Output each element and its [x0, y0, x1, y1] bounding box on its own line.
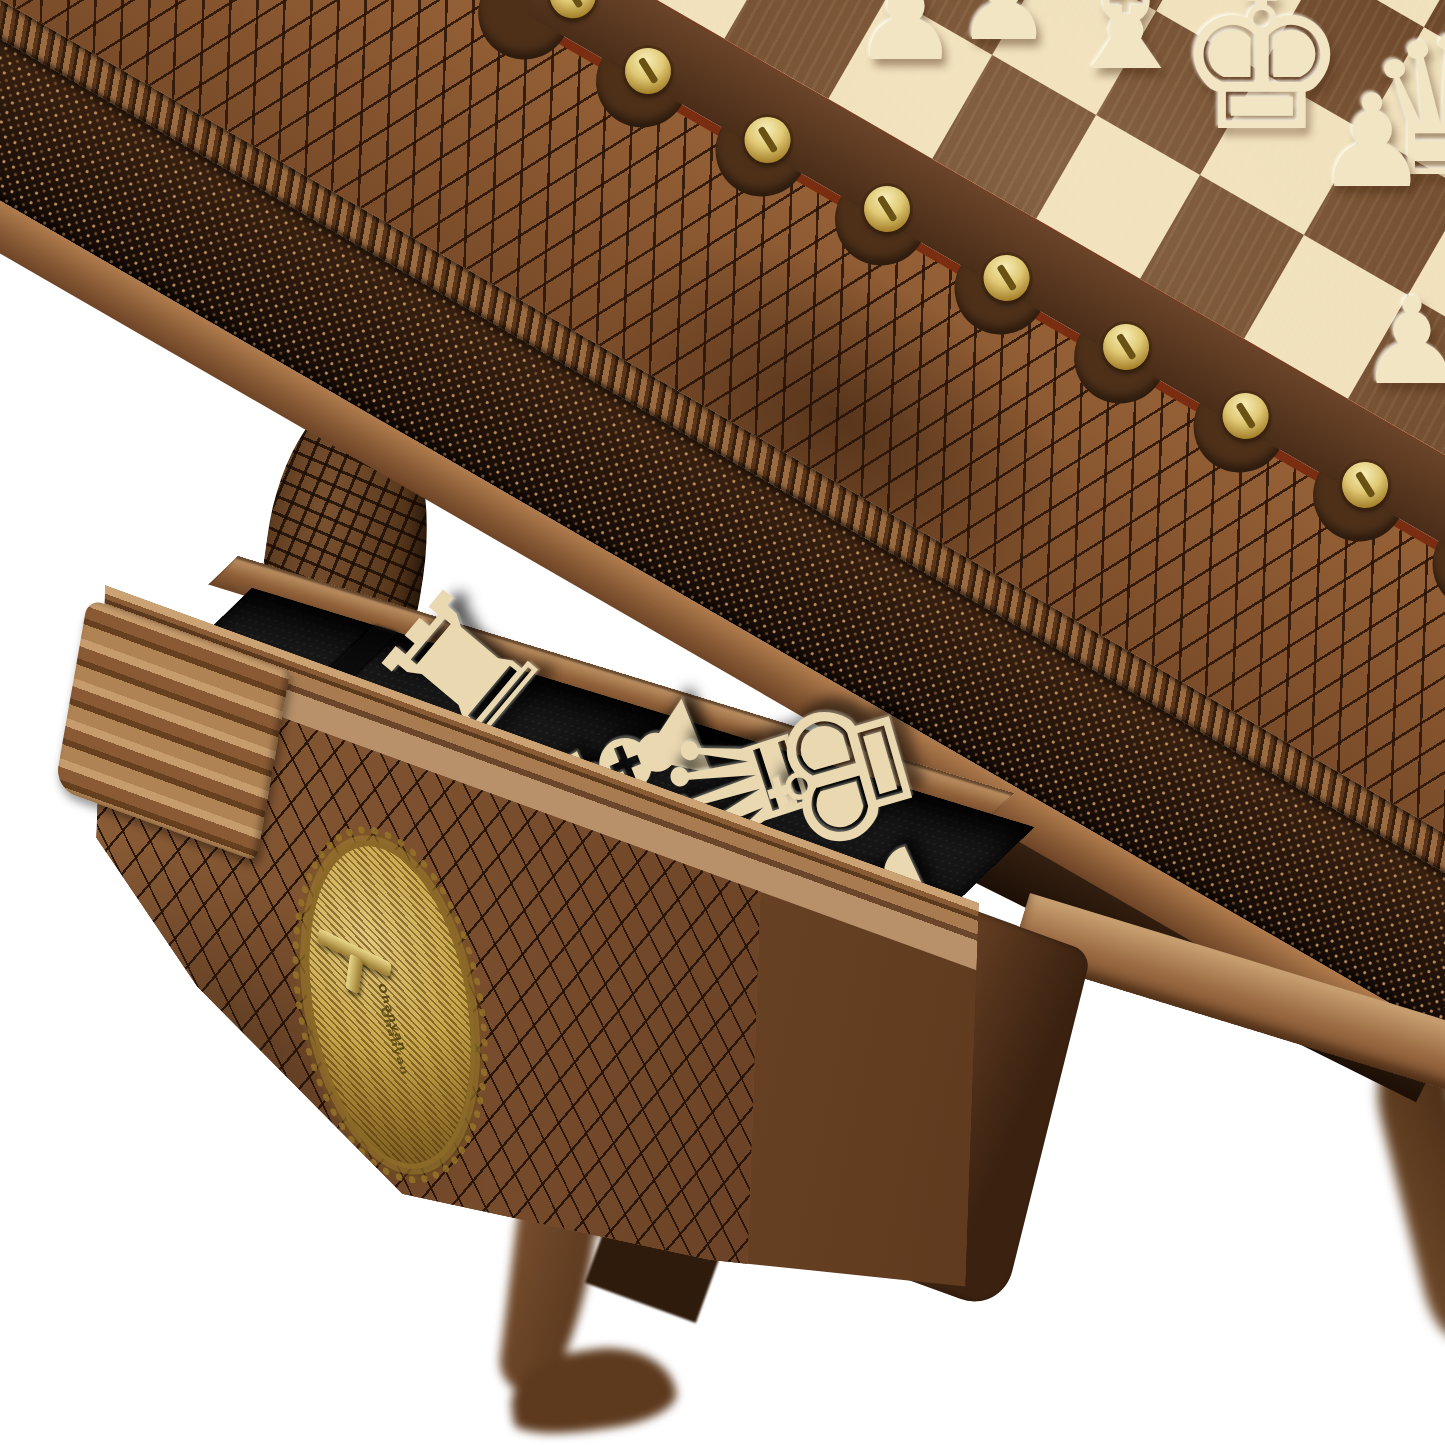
white-pawn-g7: ♟: [1315, 78, 1430, 206]
chess-table-photo: ♟ ♟ ♝ ♚ ♛ ♟ ♟ ♜ ♞ ♝ ♛ ♚ ♟ Ohanyan Ohanya…: [0, 0, 1445, 1445]
white-pawn-h6: ♟: [1358, 282, 1445, 402]
white-bishop-e8: ♝: [1059, 0, 1193, 91]
white-pawn-d8: ♟: [956, 0, 1053, 56]
white-pawn-c8: ♟: [852, 0, 960, 78]
medallion-engraving: Ohanyan: [356, 942, 433, 1141]
